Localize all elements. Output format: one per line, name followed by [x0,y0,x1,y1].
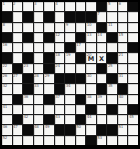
clue-number: 15 [118,33,123,38]
grid-cell[interactable]: 9 [65,23,75,32]
clue-number: 13 [87,33,92,38]
grid-cell[interactable] [13,23,23,32]
clue-number: 39 [97,95,102,100]
grid-cell[interactable] [44,136,54,145]
clue-number: 37 [55,95,60,100]
black-cell [44,12,54,21]
grid-cell[interactable]: 6 [118,2,128,11]
clue-number: 7 [97,12,99,17]
grid-cell[interactable]: 29 [44,74,54,83]
grid-cell[interactable] [97,105,107,114]
grid-cell[interactable] [13,43,23,52]
black-cell [97,2,107,11]
black-cell [107,33,117,42]
grid-cell[interactable]: 41 [2,105,12,114]
black-cell [65,125,75,134]
grid-cell[interactable] [118,43,128,52]
black-cell [86,136,96,145]
grid-cell[interactable]: 33 [34,84,44,93]
clue-number: 52 [3,136,8,141]
clue-number: 43 [55,115,60,120]
black-cell [55,84,65,93]
entered-letter: X [97,54,107,62]
grid-cell[interactable] [118,64,128,73]
grid-cell[interactable] [65,64,75,73]
grid-cell[interactable]: 10 [86,23,96,32]
grid-cell[interactable]: 40 [118,95,128,104]
grid-cell[interactable] [55,12,65,21]
grid-cell[interactable]: 4 [55,2,65,11]
grid-cell[interactable]: 7 [97,12,107,21]
grid-cell[interactable] [128,84,138,93]
clue-number: 8 [3,23,5,28]
grid-cell[interactable] [86,43,96,52]
crossword-page: 1234567891011121314151617181920MX2122232… [0,1,140,149]
black-cell [44,33,54,42]
clue-number: 53 [97,136,102,141]
grid-cell[interactable]: 32 [2,84,12,93]
black-cell [2,33,12,42]
grid-cell[interactable] [34,136,44,145]
black-cell [55,74,65,83]
grid-cell[interactable] [34,95,44,104]
clue-number: 11 [108,23,113,28]
clue-number: 45 [129,115,134,120]
grid-cell[interactable] [13,33,23,42]
clue-number: 50 [76,125,81,130]
grid-cell[interactable]: 44 [86,115,96,124]
grid-cell[interactable] [128,23,138,32]
grid-cell[interactable] [13,84,23,93]
black-cell [97,84,107,93]
clue-number: 18 [55,53,60,58]
clue-number: 19 [66,53,71,58]
grid-cell[interactable] [13,53,23,62]
black-cell [23,74,33,83]
black-cell [13,115,23,124]
grid-cell[interactable]: 36 [23,95,33,104]
black-cell [2,53,12,62]
clue-number: 3 [34,2,36,7]
grid-cell[interactable] [86,125,96,134]
clue-number: 31 [118,74,123,79]
grid-cell[interactable]: 37 [55,95,65,104]
clue-number: 47 [13,125,18,130]
grid-cell[interactable] [118,136,128,145]
grid-cell[interactable]: 5 [107,2,117,11]
clue-number: 29 [45,74,50,79]
clue-number: 38 [87,95,92,100]
grid-cell[interactable] [34,43,44,52]
grid-cell[interactable] [97,43,107,52]
grid-cell[interactable] [118,105,128,114]
black-cell [76,95,86,104]
black-cell [76,53,86,62]
grid-cell[interactable]: 14 [97,33,107,42]
clue-number: 12 [55,33,60,38]
grid-cell[interactable] [118,12,128,21]
grid-cell[interactable] [76,64,86,73]
grid-cell[interactable]: 48 [34,125,44,134]
grid-cell[interactable] [128,64,138,73]
grid-cell[interactable] [86,84,96,93]
clue-number: 41 [3,105,8,110]
grid-cell[interactable] [128,12,138,21]
grid-cell[interactable] [76,23,86,32]
grid-cell[interactable] [107,95,117,104]
clue-number: 1 [3,2,5,7]
grid-cell[interactable] [128,33,138,42]
grid-cell[interactable]: 2 [13,2,23,11]
grid-cell[interactable] [23,23,33,32]
grid-cell[interactable] [34,12,44,21]
clue-number: 42 [24,115,29,120]
grid-cell[interactable]: 43 [55,115,65,124]
black-cell [2,12,12,21]
grid-cell[interactable] [44,23,54,32]
black-cell [65,74,75,83]
grid-cell[interactable] [107,12,117,21]
clue-number: 4 [55,2,57,7]
clue-number: 23 [24,64,29,69]
grid-cell[interactable]: 34 [65,84,75,93]
grid-cell[interactable] [107,115,117,124]
black-cell [107,74,117,83]
black-cell [55,125,65,134]
grid-cell[interactable]: 3 [34,2,44,11]
clue-number: 10 [87,23,92,28]
grid-cell[interactable]: 42 [23,115,33,124]
clue-number: 5 [108,2,110,7]
grid-cell[interactable] [76,105,86,114]
black-cell [97,64,107,73]
clue-number: 6 [118,2,120,7]
black-cell [128,105,138,114]
grid-cell[interactable] [2,115,12,124]
black-cell [97,125,107,134]
grid-cell[interactable] [55,105,65,114]
grid-cell[interactable]: 18 [55,53,65,62]
grid-cell[interactable] [44,105,54,114]
black-cell [23,84,33,93]
grid-cell[interactable]: 22 [2,64,12,73]
grid-cell[interactable]: 50 [76,125,86,134]
clue-number: 35 [108,84,113,89]
grid-cell[interactable] [34,105,44,114]
grid-cell[interactable]: 27 [13,74,23,83]
grid-cell[interactable]: 12 [55,33,65,42]
black-cell [13,64,23,73]
grid-cell[interactable]: 26 [2,74,12,83]
grid-cell[interactable] [13,12,23,21]
grid-cell[interactable]: 19 [65,53,75,62]
clue-number: 46 [3,125,8,130]
grid-cell[interactable] [13,105,23,114]
clue-number: 30 [87,74,92,79]
grid-cell[interactable] [34,53,44,62]
grid-cell[interactable] [65,95,75,104]
black-cell [97,23,107,32]
black-cell [65,12,75,21]
grid-cell[interactable] [128,53,138,62]
black-cell [107,53,117,62]
clue-number: 51 [118,125,123,130]
grid-cell[interactable]: 39 [97,95,107,104]
clue-number: 22 [3,64,8,69]
grid-cell[interactable] [44,84,54,93]
black-cell [128,43,138,52]
grid-cell[interactable]: X [97,53,107,62]
clue-number: 26 [3,74,8,79]
grid-cell[interactable] [65,136,75,145]
black-cell [44,64,54,73]
grid-cell[interactable] [13,136,23,145]
clue-number: 36 [24,95,29,100]
black-cell [107,125,117,134]
grid-cell[interactable]: 45 [128,115,138,124]
grid-cell[interactable]: 46 [2,125,12,134]
black-cell [23,53,33,62]
grid-cell[interactable] [128,136,138,145]
black-cell [128,2,138,11]
grid-cell[interactable]: 11 [107,23,117,32]
grid-cell[interactable] [65,115,75,124]
grid-cell[interactable]: 24 [55,64,65,73]
grid-cell[interactable] [128,74,138,83]
grid-cell[interactable] [2,95,12,104]
grid-cell[interactable] [97,115,107,124]
grid-cell[interactable]: 38 [86,95,96,104]
grid-cell[interactable] [34,115,44,124]
grid-cell[interactable]: 51 [118,125,128,134]
grid-cell[interactable] [23,43,33,52]
grid-cell[interactable] [65,105,75,114]
grid-cell[interactable] [55,136,65,145]
grid-cell[interactable] [86,64,96,73]
black-cell [65,43,75,52]
clue-number: 44 [87,115,92,120]
grid-cell[interactable] [76,84,86,93]
grid-cell[interactable]: 52 [2,136,12,145]
grid-cell[interactable] [118,23,128,32]
clue-number: 9 [66,23,68,28]
grid-cell[interactable]: 21 [118,53,128,62]
grid-cell[interactable] [44,2,54,11]
clue-number: 49 [45,125,50,130]
clue-number: 16 [3,43,8,48]
black-cell [86,12,96,21]
grid-cell[interactable]: 8 [2,23,12,32]
grid-cell[interactable]: 31 [118,74,128,83]
grid-cell[interactable] [128,95,138,104]
grid-cell[interactable] [107,43,117,52]
black-cell [76,115,86,124]
grid-cell[interactable] [86,2,96,11]
grid-cell[interactable]: 28 [34,74,44,83]
grid-cell[interactable] [65,2,75,11]
grid-cell[interactable] [76,2,86,11]
grid-cell[interactable] [128,125,138,134]
clue-number: 48 [34,125,39,130]
clue-number: 25 [108,64,113,69]
grid-cell[interactable]: 15 [118,33,128,42]
grid-cell[interactable] [107,136,117,145]
grid-cell[interactable]: 25 [107,64,117,73]
grid-cell[interactable]: 35 [107,84,117,93]
black-cell [23,33,33,42]
grid-cell[interactable]: 53 [97,136,107,145]
black-cell [86,105,96,114]
grid-cell[interactable]: 16 [2,43,12,52]
grid-cell[interactable] [55,23,65,32]
grid-cell[interactable] [34,33,44,42]
black-cell [44,95,54,104]
black-cell [44,53,54,62]
black-cell [76,12,86,21]
grid-cell[interactable]: 17 [76,43,86,52]
black-cell [118,84,128,93]
black-cell [76,74,86,83]
grid-cell[interactable] [34,23,44,32]
grid-cell[interactable]: 1 [2,2,12,11]
clue-number: 28 [34,74,39,79]
black-cell [23,125,33,134]
crossword-grid: 1234567891011121314151617181920MX2122232… [1,1,139,146]
black-cell [76,33,86,42]
black-cell [23,12,33,21]
clue-number: 27 [13,74,18,79]
black-cell [107,105,117,114]
clue-number: 32 [3,84,8,89]
grid-cell[interactable] [76,136,86,145]
grid-cell[interactable] [34,64,44,73]
clue-number: 24 [55,64,60,69]
grid-cell[interactable] [55,43,65,52]
grid-cell[interactable] [23,136,33,145]
black-cell [44,115,54,124]
clue-number: 33 [34,84,39,89]
grid-cell[interactable] [23,105,33,114]
grid-cell[interactable]: 13 [86,33,96,42]
clue-number: 34 [66,84,71,89]
grid-cell[interactable]: 49 [44,125,54,134]
clue-number: 17 [76,43,81,48]
grid-cell[interactable]: 23 [23,64,33,73]
grid-cell[interactable]: 30 [86,74,96,83]
grid-cell[interactable] [44,43,54,52]
black-cell [13,95,23,104]
grid-cell[interactable]: 20M [86,53,96,62]
clue-number: 2 [13,2,15,7]
grid-cell[interactable] [118,115,128,124]
grid-cell[interactable] [23,2,33,11]
entered-letter: M [86,54,96,62]
grid-cell[interactable] [65,33,75,42]
grid-cell[interactable]: 47 [13,125,23,134]
clue-number: 40 [118,95,123,100]
grid-cell[interactable] [97,74,107,83]
clue-number: 14 [97,33,102,38]
clue-number: 21 [118,53,123,58]
